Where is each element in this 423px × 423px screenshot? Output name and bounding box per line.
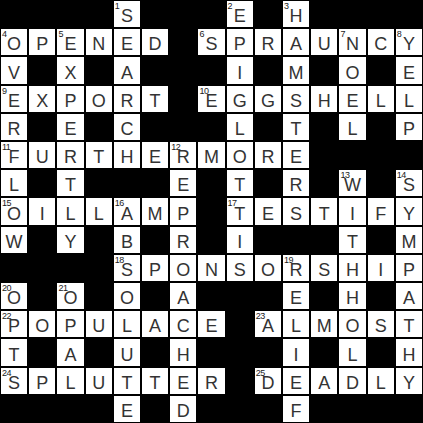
letter-cell-r12c12[interactable]: L [338,338,366,366]
black-cell-r8c5 [141,226,169,254]
cell-letter: O [1,289,27,308]
letter-cell-r3c8[interactable]: G [226,85,254,113]
letter-cell-r8c4[interactable]: B [113,226,141,254]
letter-cell-r3c7[interactable]: 10E [197,85,225,113]
black-cell-r10c5 [141,282,169,310]
cell-letter: H [396,346,422,365]
letter-cell-r11c10[interactable]: L [282,310,310,338]
letter-cell-r6c12[interactable]: 13W [338,169,366,197]
letter-cell-r3c0[interactable]: 9E [0,85,28,113]
letter-cell-r10c2[interactable]: 21O [56,282,84,310]
black-cell-r12c1 [28,338,56,366]
letter-cell-r13c7[interactable]: R [197,367,225,395]
letter-cell-r7c14[interactable]: Y [395,197,423,225]
cell-letter: S [311,261,337,280]
letter-cell-r7c4[interactable]: 16A [113,197,141,225]
cell-letter: P [29,374,55,393]
black-cell-r6c13 [367,169,395,197]
letter-cell-r9c13[interactable]: I [367,254,395,282]
letter-cell-r0c4[interactable]: 1S [113,0,141,28]
letter-cell-r3c5[interactable]: T [141,85,169,113]
letter-cell-r0c10[interactable]: 3H [282,0,310,28]
cell-letter: G [227,92,253,111]
black-cell-r8c9 [254,226,282,254]
cell-letter: L [114,317,140,336]
letter-cell-r1c1[interactable]: P [28,28,56,56]
black-cell-r4c1 [28,113,56,141]
cell-letter: L [368,92,394,111]
cell-letter: A [142,317,168,336]
letter-cell-r1c0[interactable]: 4O [0,28,28,56]
black-cell-r14c11 [310,395,338,423]
black-cell-r4c6 [169,113,197,141]
cell-letter: I [227,64,253,83]
cell-letter: L [396,92,422,111]
letter-cell-r6c10[interactable]: R [282,169,310,197]
letter-cell-r1c13[interactable]: C [367,28,395,56]
letter-cell-r4c12[interactable]: L [338,113,366,141]
crossword-board: 1S2E3H4OP5ENED6SPRAU7NC8YVXAIMOE9EXPORT1… [0,0,423,423]
cell-letter: S [198,35,224,54]
letter-cell-r1c14[interactable]: 8Y [395,28,423,56]
letter-cell-r5c7[interactable]: M [197,141,225,169]
letter-cell-r5c10[interactable]: E [282,141,310,169]
cell-letter: F [283,402,309,421]
letter-cell-r11c14[interactable]: T [395,310,423,338]
black-cell-r12c13 [367,338,395,366]
cell-letter: T [227,205,253,224]
letter-cell-r12c14[interactable]: H [395,338,423,366]
letter-cell-r1c3[interactable]: N [85,28,113,56]
letter-cell-r13c2[interactable]: L [56,367,84,395]
letter-cell-r8c0[interactable]: W [0,226,28,254]
letter-cell-r10c12[interactable]: H [338,282,366,310]
cell-letter: O [339,317,365,336]
cell-letter: S [114,261,140,280]
letter-cell-r7c8[interactable]: 17T [226,197,254,225]
letter-cell-r8c12[interactable]: T [338,226,366,254]
black-cell-r2c5 [141,56,169,84]
letter-cell-r3c11[interactable]: H [310,85,338,113]
black-cell-r8c10 [282,226,310,254]
black-cell-r10c3 [85,282,113,310]
letter-cell-r4c8[interactable]: L [226,113,254,141]
black-cell-r3c6 [169,85,197,113]
cell-letter: S [283,92,309,111]
cell-letter: N [86,35,112,54]
cell-letter: R [57,148,83,167]
black-cell-r14c13 [367,395,395,423]
letter-cell-r13c10[interactable]: E [282,367,310,395]
black-cell-r4c11 [310,113,338,141]
cell-letter: H [170,346,196,365]
cell-letter: U [86,374,112,393]
cell-letter: C [170,317,196,336]
black-cell-r14c3 [85,395,113,423]
cell-letter: G [255,92,281,111]
black-cell-r2c7 [197,56,225,84]
cell-letter: B [114,233,140,252]
letter-cell-r4c14[interactable]: P [395,113,423,141]
letter-cell-r9c14[interactable]: P [395,254,423,282]
cell-letter: P [396,261,422,280]
black-cell-r6c7 [197,169,225,197]
letter-cell-r12c10[interactable]: I [282,338,310,366]
letter-cell-r1c7[interactable]: 6S [197,28,225,56]
black-cell-r8c13 [367,226,395,254]
letter-cell-r9c8[interactable]: S [226,254,254,282]
cell-letter: E [114,35,140,54]
cell-letter: L [1,176,27,195]
cell-letter: U [86,317,112,336]
letter-cell-r7c2[interactable]: L [56,197,84,225]
black-cell-r6c5 [141,169,169,197]
letter-cell-r9c10[interactable]: 19R [282,254,310,282]
cell-letter: P [1,317,27,336]
letter-cell-r12c0[interactable]: T [0,338,28,366]
cell-letter: E [339,92,365,111]
letter-cell-r13c12[interactable]: D [338,367,366,395]
cell-letter: M [142,205,168,224]
letter-cell-r7c0[interactable]: 15O [0,197,28,225]
cell-letter: X [57,64,83,83]
letter-cell-r7c12[interactable]: I [338,197,366,225]
letter-cell-r14c4[interactable]: E [113,395,141,423]
letter-cell-r2c4[interactable]: A [113,56,141,84]
cell-letter: T [142,92,168,111]
cell-letter: L [57,374,83,393]
black-cell-r5c11 [310,141,338,169]
cell-letter: T [339,233,365,252]
cell-letter: T [57,176,83,195]
letter-cell-r11c3[interactable]: U [85,310,113,338]
cell-letter: P [57,92,83,111]
cell-letter: H [339,289,365,308]
cell-letter: P [57,317,83,336]
letter-cell-r7c5[interactable]: M [141,197,169,225]
cell-letter: A [114,205,140,224]
letter-cell-r13c14[interactable]: Y [395,367,423,395]
letter-cell-r6c8[interactable]: T [226,169,254,197]
black-cell-r14c2 [56,395,84,423]
cell-letter: I [368,261,394,280]
black-cell-r11c8 [226,310,254,338]
black-cell-r14c5 [141,395,169,423]
letter-cell-r11c5[interactable]: A [141,310,169,338]
cell-letter: H [114,148,140,167]
cell-letter: O [255,261,281,280]
black-cell-r9c2 [56,254,84,282]
cell-letter: P [227,35,253,54]
letter-cell-r5c1[interactable]: U [28,141,56,169]
cell-letter: F [368,205,394,224]
letter-cell-r4c10[interactable]: T [282,113,310,141]
letter-cell-r4c0[interactable]: R [0,113,28,141]
black-cell-r6c1 [28,169,56,197]
black-cell-r14c12 [338,395,366,423]
letter-cell-r6c6[interactable]: E [169,169,197,197]
letter-cell-r7c6[interactable]: P [169,197,197,225]
cell-letter: A [283,35,309,54]
letter-cell-r7c9[interactable]: E [254,197,282,225]
letter-cell-r1c5[interactable]: D [141,28,169,56]
letter-cell-r6c2[interactable]: T [56,169,84,197]
letter-cell-r13c11[interactable]: A [310,367,338,395]
cell-letter: O [1,35,27,54]
letter-cell-r1c10[interactable]: A [282,28,310,56]
letter-cell-r7c3[interactable]: L [85,197,113,225]
letter-cell-r13c1[interactable]: P [28,367,56,395]
letter-cell-r2c12[interactable]: O [338,56,366,84]
letter-cell-r5c9[interactable]: R [254,141,282,169]
letter-cell-r13c6[interactable]: E [169,367,197,395]
cell-letter: T [227,176,253,195]
cell-letter: N [339,35,365,54]
cell-letter: M [198,148,224,167]
letter-cell-r10c6[interactable]: A [169,282,197,310]
black-cell-r0c12 [338,0,366,28]
letter-cell-r1c8[interactable]: P [226,28,254,56]
cell-letter: R [255,35,281,54]
letter-cell-r11c0[interactable]: 22P [0,310,28,338]
cell-letter: O [227,148,253,167]
letter-cell-r7c1[interactable]: I [28,197,56,225]
letter-cell-r3c9[interactable]: G [254,85,282,113]
black-cell-r0c3 [85,0,113,28]
letter-cell-r11c9[interactable]: 23A [254,310,282,338]
black-cell-r9c0 [0,254,28,282]
cell-letter: R [170,233,196,252]
cell-letter: E [396,64,422,83]
cell-letter: I [339,205,365,224]
letter-cell-r10c4[interactable]: O [113,282,141,310]
letter-cell-r2c10[interactable]: M [282,56,310,84]
letter-cell-r13c3[interactable]: U [85,367,113,395]
cell-letter: S [227,261,253,280]
letter-cell-r9c5[interactable]: P [141,254,169,282]
cell-letter: R [170,148,196,167]
letter-cell-r7c13[interactable]: F [367,197,395,225]
letter-cell-r9c12[interactable]: H [338,254,366,282]
letter-cell-r8c2[interactable]: Y [56,226,84,254]
letter-cell-r8c8[interactable]: I [226,226,254,254]
black-cell-r14c14 [395,395,423,423]
cell-letter: U [114,346,140,365]
cell-letter: X [29,92,55,111]
letter-cell-r11c11[interactable]: M [310,310,338,338]
letter-cell-r1c12[interactable]: 7N [338,28,366,56]
letter-cell-r4c2[interactable]: E [56,113,84,141]
letter-cell-r10c10[interactable]: E [282,282,310,310]
cell-letter: E [283,374,309,393]
black-cell-r0c6 [169,0,197,28]
letter-cell-r2c2[interactable]: X [56,56,84,84]
cell-letter: L [283,317,309,336]
cell-letter: H [339,261,365,280]
letter-cell-r5c5[interactable]: E [141,141,169,169]
black-cell-r0c5 [141,0,169,28]
black-cell-r5c13 [367,141,395,169]
cell-letter: Y [396,35,422,54]
black-cell-r10c13 [367,282,395,310]
letter-cell-r3c1[interactable]: X [28,85,56,113]
letter-cell-r1c11[interactable]: U [310,28,338,56]
black-cell-r2c11 [310,56,338,84]
black-cell-r6c3 [85,169,113,197]
letter-cell-r10c0[interactable]: 20O [0,282,28,310]
cell-letter: Y [57,233,83,252]
letter-cell-r1c2[interactable]: 5E [56,28,84,56]
cell-letter: W [339,176,365,195]
letter-cell-r13c0[interactable]: 24S [0,367,28,395]
black-cell-r0c14 [395,0,423,28]
letter-cell-r12c6[interactable]: H [169,338,197,366]
black-cell-r14c8 [226,395,254,423]
cell-letter: M [311,317,337,336]
cell-letter: L [339,120,365,139]
cell-letter: I [227,233,253,252]
letter-cell-r4c4[interactable]: C [113,113,141,141]
letter-cell-r11c2[interactable]: P [56,310,84,338]
black-cell-r10c7 [197,282,225,310]
black-cell-r12c11 [310,338,338,366]
cell-letter: D [339,374,365,393]
letter-cell-r9c4[interactable]: 18S [113,254,141,282]
black-cell-r14c0 [0,395,28,423]
letter-cell-r9c11[interactable]: S [310,254,338,282]
cell-letter: T [114,374,140,393]
cell-letter: T [142,374,168,393]
cell-letter: O [57,289,83,308]
letter-cell-r13c5[interactable]: T [141,367,169,395]
black-cell-r6c11 [310,169,338,197]
black-cell-r0c2 [56,0,84,28]
letter-cell-r9c6[interactable]: O [169,254,197,282]
letter-cell-r11c12[interactable]: O [338,310,366,338]
cell-letter: T [396,317,422,336]
cell-letter: A [255,317,281,336]
letter-cell-r8c6[interactable]: R [169,226,197,254]
black-cell-r2c3 [85,56,113,84]
cell-letter: E [57,35,83,54]
letter-cell-r9c9[interactable]: O [254,254,282,282]
letter-cell-r13c9[interactable]: 25D [254,367,282,395]
letter-cell-r14c10[interactable]: F [282,395,310,423]
cell-letter: S [396,176,422,195]
letter-cell-r8c14[interactable]: M [395,226,423,254]
cell-letter: A [114,64,140,83]
letter-cell-r3c13[interactable]: L [367,85,395,113]
cell-letter: S [114,7,140,26]
black-cell-r13c8 [226,367,254,395]
cell-letter: S [283,205,309,224]
black-cell-r14c9 [254,395,282,423]
letter-cell-r3c4[interactable]: R [113,85,141,113]
crossword-page: 1S2E3H4OP5ENED6SPRAU7NC8YVXAIMOE9EXPORT1… [0,0,423,423]
letter-cell-r5c8[interactable]: O [226,141,254,169]
letter-cell-r9c7[interactable]: N [197,254,225,282]
black-cell-r12c7 [197,338,225,366]
letter-cell-r7c10[interactable]: S [282,197,310,225]
cell-letter: O [1,205,27,224]
letter-cell-r2c0[interactable]: V [0,56,28,84]
letter-cell-r1c9[interactable]: R [254,28,282,56]
cell-letter: U [29,148,55,167]
letter-cell-r3c2[interactable]: P [56,85,84,113]
cell-letter: O [339,64,365,83]
cell-letter: D [255,374,281,393]
cell-letter: F [1,148,27,167]
letter-cell-r5c3[interactable]: T [85,141,113,169]
letter-cell-r0c8[interactable]: 2E [226,0,254,28]
letter-cell-r11c4[interactable]: L [113,310,141,338]
letter-cell-r5c0[interactable]: 11F [0,141,28,169]
cell-letter: E [283,289,309,308]
letter-cell-r3c14[interactable]: L [395,85,423,113]
cell-letter: E [227,7,253,26]
letter-cell-r2c14[interactable]: E [395,56,423,84]
letter-cell-r1c4[interactable]: E [113,28,141,56]
letter-cell-r11c1[interactable]: O [28,310,56,338]
cell-letter: E [170,176,196,195]
cell-letter: M [283,64,309,83]
letter-cell-r6c14[interactable]: 14S [395,169,423,197]
black-cell-r4c5 [141,113,169,141]
cell-letter: S [1,374,27,393]
letter-cell-r5c6[interactable]: 12R [169,141,197,169]
cell-letter: O [170,261,196,280]
cell-letter: E [142,148,168,167]
letter-cell-r14c6[interactable]: D [169,395,197,423]
black-cell-r9c3 [85,254,113,282]
black-cell-r14c1 [28,395,56,423]
black-cell-r4c13 [367,113,395,141]
letter-cell-r12c4[interactable]: U [113,338,141,366]
letter-cell-r11c13[interactable]: S [367,310,395,338]
letter-cell-r2c8[interactable]: I [226,56,254,84]
cell-letter: H [311,92,337,111]
cell-letter: P [29,35,55,54]
cell-letter: C [114,120,140,139]
cell-letter: R [198,374,224,393]
letter-cell-r13c4[interactable]: T [113,367,141,395]
letter-cell-r7c11[interactable]: T [310,197,338,225]
letter-cell-r5c2[interactable]: R [56,141,84,169]
letter-cell-r3c3[interactable]: O [85,85,113,113]
letter-cell-r3c10[interactable]: S [282,85,310,113]
cell-letter: T [283,120,309,139]
letter-cell-r12c2[interactable]: A [56,338,84,366]
letter-cell-r5c4[interactable]: H [113,141,141,169]
cell-letter: A [57,346,83,365]
cell-letter: E [255,205,281,224]
black-cell-r12c3 [85,338,113,366]
letter-cell-r3c12[interactable]: E [338,85,366,113]
letter-cell-r13c13[interactable]: L [367,367,395,395]
black-cell-r8c11 [310,226,338,254]
black-cell-r5c12 [338,141,366,169]
black-cell-r0c1 [28,0,56,28]
black-cell-r7c7 [197,197,225,225]
cell-letter: E [170,374,196,393]
letter-cell-r11c6[interactable]: C [169,310,197,338]
letter-cell-r11c7[interactable]: E [197,310,225,338]
cell-letter: S [368,317,394,336]
cell-letter: A [396,289,422,308]
cell-letter: T [311,205,337,224]
letter-cell-r6c0[interactable]: L [0,169,28,197]
letter-cell-r10c14[interactable]: A [395,282,423,310]
